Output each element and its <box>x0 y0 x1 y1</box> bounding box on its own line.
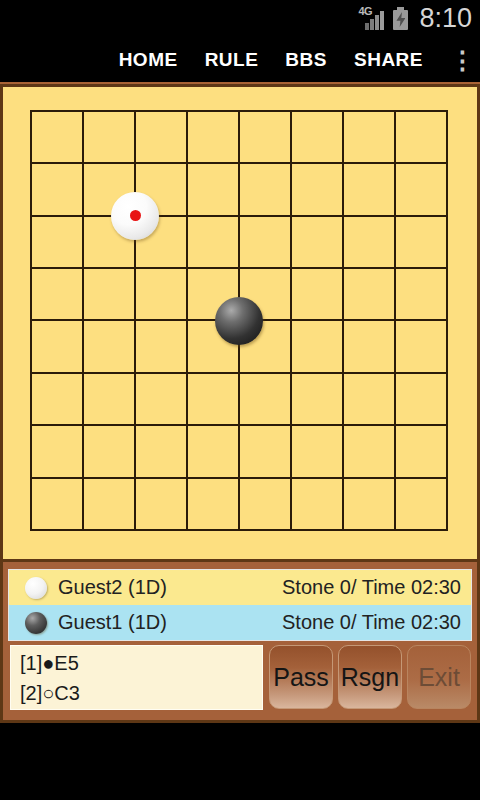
board-intersection-B1[interactable] <box>57 85 109 137</box>
board-intersection-G1[interactable] <box>317 85 369 137</box>
board-intersection-A8[interactable] <box>5 452 57 504</box>
board-intersection-F1[interactable] <box>265 85 317 137</box>
board-intersection-C4[interactable] <box>109 242 161 294</box>
board-intersection-A9[interactable] <box>5 504 57 556</box>
board-intersection-F2[interactable] <box>265 137 317 189</box>
board-intersection-I1[interactable] <box>421 85 473 137</box>
board-intersection-B7[interactable] <box>57 399 109 451</box>
pass-button[interactable]: Pass <box>269 645 333 709</box>
board-intersection-H6[interactable] <box>369 347 421 399</box>
board-intersection-F5[interactable] <box>265 295 317 347</box>
board-intersection-C5[interactable] <box>109 295 161 347</box>
board-intersection-G2[interactable] <box>317 137 369 189</box>
board-intersection-B2[interactable] <box>57 137 109 189</box>
board-intersection-G9[interactable] <box>317 504 369 556</box>
board-intersection-D9[interactable] <box>161 504 213 556</box>
players-block: Guest2 (1D) Stone 0/ Time 02:30 Guest1 (… <box>8 569 472 641</box>
status-clock: 8:10 <box>419 5 472 32</box>
board-intersection-A1[interactable] <box>5 85 57 137</box>
player-row-black: Guest1 (1D) Stone 0/ Time 02:30 <box>9 605 471 640</box>
board-intersection-A7[interactable] <box>5 399 57 451</box>
board-intersection-D5[interactable] <box>161 295 213 347</box>
board-intersection-G6[interactable] <box>317 347 369 399</box>
board-intersection-F4[interactable] <box>265 242 317 294</box>
black-stone <box>215 297 263 345</box>
nav-item-share[interactable]: SHARE <box>354 49 423 71</box>
action-bar: HOME RULE BBS SHARE ⋮ <box>0 36 480 84</box>
white-stone-icon <box>25 577 47 599</box>
player-stone-time: Stone 0/ Time 02:30 <box>282 611 461 634</box>
signal-strength-icon: 4G <box>358 5 385 32</box>
last-move-marker <box>130 210 141 221</box>
board-intersection-D1[interactable] <box>161 85 213 137</box>
board-intersection-G3[interactable] <box>317 190 369 242</box>
bottom-black-strip <box>0 723 480 800</box>
board-intersection-I3[interactable] <box>421 190 473 242</box>
move-log-line: [1]●E5 <box>20 648 253 678</box>
board-intersection-B9[interactable] <box>57 504 109 556</box>
resign-button[interactable]: Rsgn <box>338 645 402 709</box>
status-bar: 4G 8:10 <box>0 0 480 36</box>
lower-panel: Guest2 (1D) Stone 0/ Time 02:30 Guest1 (… <box>3 559 477 717</box>
board-intersection-G5[interactable] <box>317 295 369 347</box>
nav-item-home[interactable]: HOME <box>119 49 178 71</box>
black-stone-icon <box>25 612 47 634</box>
white-stone <box>111 192 159 240</box>
board-intersection-D3[interactable] <box>161 190 213 242</box>
board-intersection-E1[interactable] <box>213 85 265 137</box>
board-intersection-F7[interactable] <box>265 399 317 451</box>
board-intersection-E7[interactable] <box>213 399 265 451</box>
control-buttons: Pass Rsgn Exit <box>269 645 471 709</box>
board-intersection-E8[interactable] <box>213 452 265 504</box>
board-intersection-B4[interactable] <box>57 242 109 294</box>
board-intersection-F9[interactable] <box>265 504 317 556</box>
board-intersection-B3[interactable] <box>57 190 109 242</box>
nav-item-bbs[interactable]: BBS <box>285 49 327 71</box>
board-intersection-B5[interactable] <box>57 295 109 347</box>
board-intersection-G7[interactable] <box>317 399 369 451</box>
board-intersection-I5[interactable] <box>421 295 473 347</box>
board-intersection-D2[interactable] <box>161 137 213 189</box>
board-grid <box>5 85 473 556</box>
board-intersection-G4[interactable] <box>317 242 369 294</box>
board-intersection-E3[interactable] <box>213 190 265 242</box>
board-intersection-E4[interactable] <box>213 242 265 294</box>
board-intersection-H1[interactable] <box>369 85 421 137</box>
board-intersection-E2[interactable] <box>213 137 265 189</box>
board-intersection-I2[interactable] <box>421 137 473 189</box>
board-intersection-H7[interactable] <box>369 399 421 451</box>
player-row-white: Guest2 (1D) Stone 0/ Time 02:30 <box>9 570 471 605</box>
board-intersection-I9[interactable] <box>421 504 473 556</box>
signal-bars-icon <box>365 11 384 30</box>
board-intersection-F3[interactable] <box>265 190 317 242</box>
board-intersection-H9[interactable] <box>369 504 421 556</box>
board-intersection-F6[interactable] <box>265 347 317 399</box>
board-intersection-H2[interactable] <box>369 137 421 189</box>
board-intersection-I6[interactable] <box>421 347 473 399</box>
board-intersection-E5[interactable] <box>213 295 265 347</box>
board-intersection-E9[interactable] <box>213 504 265 556</box>
board-intersection-H4[interactable] <box>369 242 421 294</box>
board-intersection-I8[interactable] <box>421 452 473 504</box>
board-intersection-A3[interactable] <box>5 190 57 242</box>
board-intersection-E6[interactable] <box>213 347 265 399</box>
board-intersection-C8[interactable] <box>109 452 161 504</box>
board-intersection-B8[interactable] <box>57 452 109 504</box>
move-log-line: [2]○C3 <box>20 678 253 708</box>
board-intersection-D6[interactable] <box>161 347 213 399</box>
board-intersection-A2[interactable] <box>5 137 57 189</box>
board-intersection-D7[interactable] <box>161 399 213 451</box>
player-stone-time: Stone 0/ Time 02:30 <box>282 576 461 599</box>
move-log[interactable]: [1]●E5 [2]○C3 <box>10 645 263 710</box>
board-intersection-C1[interactable] <box>109 85 161 137</box>
player-name: Guest2 (1D) <box>58 576 282 599</box>
board-intersection-D8[interactable] <box>161 452 213 504</box>
board-intersection-I4[interactable] <box>421 242 473 294</box>
board-intersection-C7[interactable] <box>109 399 161 451</box>
go-board <box>3 87 477 559</box>
game-content: Guest2 (1D) Stone 0/ Time 02:30 Guest1 (… <box>0 84 480 723</box>
board-intersection-B6[interactable] <box>57 347 109 399</box>
board-intersection-A4[interactable] <box>5 242 57 294</box>
board-intersection-D4[interactable] <box>161 242 213 294</box>
board-intersection-C2[interactable] <box>109 137 161 189</box>
board-intersection-I7[interactable] <box>421 399 473 451</box>
board-intersection-A6[interactable] <box>5 347 57 399</box>
board-intersection-F8[interactable] <box>265 452 317 504</box>
board-intersection-H3[interactable] <box>369 190 421 242</box>
nav-item-rule[interactable]: RULE <box>205 49 259 71</box>
board-intersection-H5[interactable] <box>369 295 421 347</box>
overflow-menu-icon[interactable]: ⋮ <box>450 48 472 73</box>
app-screen: 4G 8:10 HOME RULE BBS SHARE ⋮ Guest2 (1D… <box>0 0 480 800</box>
player-name: Guest1 (1D) <box>58 611 282 634</box>
board-intersection-C3[interactable] <box>109 190 161 242</box>
board-intersection-H8[interactable] <box>369 452 421 504</box>
exit-button[interactable]: Exit <box>407 645 471 709</box>
board-intersection-A5[interactable] <box>5 295 57 347</box>
board-intersection-C6[interactable] <box>109 347 161 399</box>
board-intersection-G8[interactable] <box>317 452 369 504</box>
board-intersection-C9[interactable] <box>109 504 161 556</box>
battery-charging-icon <box>393 6 408 30</box>
